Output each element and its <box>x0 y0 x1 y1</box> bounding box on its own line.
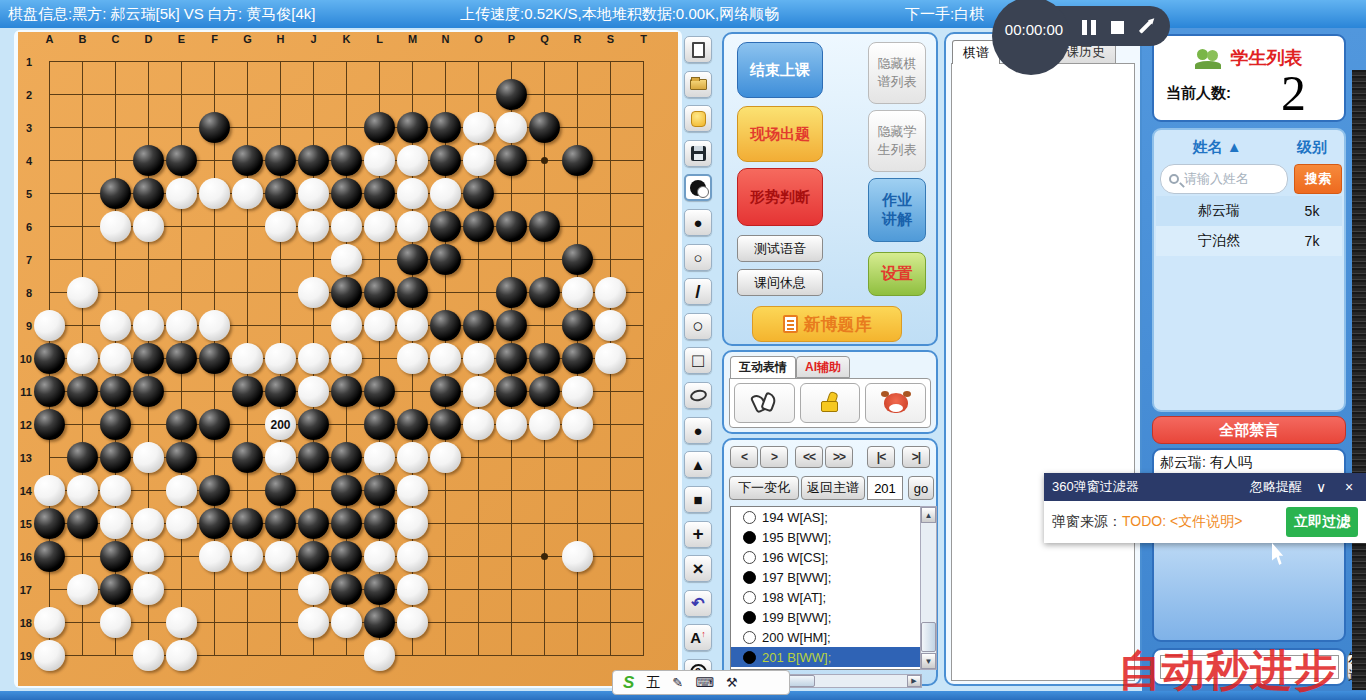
board-point-S15[interactable] <box>594 507 627 540</box>
live-question-button[interactable]: 现场出题 <box>737 106 823 162</box>
board-point-E4[interactable] <box>165 144 198 177</box>
go-board[interactable]: ABCDEFGHJKLMNOPQRST 12345678910111213141… <box>18 32 678 686</box>
board-point-G9[interactable] <box>231 309 264 342</box>
board-point-L7[interactable] <box>363 243 396 276</box>
board-point-Q11[interactable] <box>528 375 561 408</box>
board-point-R11[interactable] <box>561 375 594 408</box>
board-point-L9[interactable] <box>363 309 396 342</box>
board-point-C14[interactable] <box>99 474 132 507</box>
move-list[interactable]: 194 W[AS];195 B[WW];196 W[CS];197 B[WW];… <box>730 506 922 670</box>
board-point-E2[interactable] <box>165 78 198 111</box>
move-list-vertical-scrollbar[interactable]: ▲ ▼ <box>920 506 937 670</box>
board-point-T18[interactable] <box>627 606 660 639</box>
board-point-J8[interactable] <box>297 276 330 309</box>
board-point-D10[interactable] <box>132 342 165 375</box>
scroll-right-icon[interactable]: ▶ <box>907 675 921 687</box>
board-point-Q14[interactable] <box>528 474 561 507</box>
board-point-D6[interactable] <box>132 210 165 243</box>
board-point-G2[interactable] <box>231 78 264 111</box>
board-point-P6[interactable] <box>495 210 528 243</box>
board-point-P19[interactable] <box>495 639 528 672</box>
board-point-Q8[interactable] <box>528 276 561 309</box>
board-point-O14[interactable] <box>462 474 495 507</box>
board-point-P4[interactable] <box>495 144 528 177</box>
board-point-H5[interactable] <box>264 177 297 210</box>
board-point-B8[interactable] <box>66 276 99 309</box>
board-point-T9[interactable] <box>627 309 660 342</box>
board-point-C7[interactable] <box>99 243 132 276</box>
board-point-P3[interactable] <box>495 111 528 144</box>
board-point-A6[interactable] <box>33 210 66 243</box>
board-point-J5[interactable] <box>297 177 330 210</box>
board-point-O4[interactable] <box>462 144 495 177</box>
board-point-O9[interactable] <box>462 309 495 342</box>
board-point-K8[interactable] <box>330 276 363 309</box>
board-point-N17[interactable] <box>429 573 462 606</box>
board-point-A4[interactable] <box>33 144 66 177</box>
search-input[interactable]: 请输入姓名 <box>1160 164 1288 194</box>
board-point-T10[interactable] <box>627 342 660 375</box>
board-point-C9[interactable] <box>99 309 132 342</box>
board-point-E9[interactable] <box>165 309 198 342</box>
board-point-F11[interactable] <box>198 375 231 408</box>
board-point-C10[interactable] <box>99 342 132 375</box>
move-item-198[interactable]: 198 W[AT]; <box>731 587 921 607</box>
board-point-O3[interactable] <box>462 111 495 144</box>
board-point-R1[interactable] <box>561 45 594 78</box>
board-point-J11[interactable] <box>297 375 330 408</box>
lasso-tool[interactable] <box>684 382 712 409</box>
board-point-Q3[interactable] <box>528 111 561 144</box>
board-point-A11[interactable] <box>33 375 66 408</box>
board-point-R19[interactable] <box>561 639 594 672</box>
board-point-G18[interactable] <box>231 606 264 639</box>
board-point-Q6[interactable] <box>528 210 561 243</box>
board-point-B18[interactable] <box>66 606 99 639</box>
board-point-G19[interactable] <box>231 639 264 672</box>
board-point-M14[interactable] <box>396 474 429 507</box>
board-point-O2[interactable] <box>462 78 495 111</box>
board-point-S16[interactable] <box>594 540 627 573</box>
board-point-G17[interactable] <box>231 573 264 606</box>
board-point-D17[interactable] <box>132 573 165 606</box>
board-point-A17[interactable] <box>33 573 66 606</box>
board-point-N1[interactable] <box>429 45 462 78</box>
board-point-M1[interactable] <box>396 45 429 78</box>
board-point-P14[interactable] <box>495 474 528 507</box>
square-fill-mark-tool[interactable]: ■ <box>684 486 712 513</box>
board-point-M10[interactable] <box>396 342 429 375</box>
back-to-main-button[interactable]: 返回主谱 <box>801 476 865 500</box>
board-point-A7[interactable] <box>33 243 66 276</box>
nav-next-10-button[interactable]: >> <box>825 446 853 468</box>
board-point-M12[interactable] <box>396 408 429 441</box>
board-point-H13[interactable] <box>264 441 297 474</box>
board-point-H2[interactable] <box>264 78 297 111</box>
board-point-P8[interactable] <box>495 276 528 309</box>
mute-all-button[interactable]: 全部禁言 <box>1152 416 1346 444</box>
board-point-D3[interactable] <box>132 111 165 144</box>
board-point-C1[interactable] <box>99 45 132 78</box>
board-point-B3[interactable] <box>66 111 99 144</box>
board-point-A3[interactable] <box>33 111 66 144</box>
board-point-O10[interactable] <box>462 342 495 375</box>
board-point-P15[interactable] <box>495 507 528 540</box>
board-point-D18[interactable] <box>132 606 165 639</box>
board-point-P11[interactable] <box>495 375 528 408</box>
board-point-R12[interactable] <box>561 408 594 441</box>
board-point-T17[interactable] <box>627 573 660 606</box>
board-point-F15[interactable] <box>198 507 231 540</box>
line-tool[interactable]: / <box>684 278 712 305</box>
pen-icon[interactable]: ✎ <box>672 675 683 690</box>
board-point-J16[interactable] <box>297 540 330 573</box>
board-point-A13[interactable] <box>33 441 66 474</box>
board-point-T15[interactable] <box>627 507 660 540</box>
board-point-N11[interactable] <box>429 375 462 408</box>
board-point-D15[interactable] <box>132 507 165 540</box>
board-point-M4[interactable] <box>396 144 429 177</box>
board-point-F17[interactable] <box>198 573 231 606</box>
save-icon[interactable] <box>684 140 712 167</box>
edit-icon[interactable] <box>1132 15 1158 39</box>
board-point-G12[interactable] <box>231 408 264 441</box>
board-point-D7[interactable] <box>132 243 165 276</box>
board-point-K1[interactable] <box>330 45 363 78</box>
nav-first-button[interactable]: |< <box>867 446 895 468</box>
bull-emote-button[interactable] <box>865 383 926 423</box>
board-point-N10[interactable] <box>429 342 462 375</box>
board-point-B2[interactable] <box>66 78 99 111</box>
board-point-P10[interactable] <box>495 342 528 375</box>
alternate-stone-tool[interactable] <box>684 174 712 201</box>
board-point-Q17[interactable] <box>528 573 561 606</box>
board-point-G13[interactable] <box>231 441 264 474</box>
board-point-L1[interactable] <box>363 45 396 78</box>
board-point-A15[interactable] <box>33 507 66 540</box>
board-point-G7[interactable] <box>231 243 264 276</box>
board-point-A16[interactable] <box>33 540 66 573</box>
board-point-S13[interactable] <box>594 441 627 474</box>
board-point-E1[interactable] <box>165 45 198 78</box>
board-point-F18[interactable] <box>198 606 231 639</box>
board-point-B13[interactable] <box>66 441 99 474</box>
board-point-S1[interactable] <box>594 45 627 78</box>
scroll-up-icon[interactable]: ▲ <box>921 507 936 523</box>
board-point-O18[interactable] <box>462 606 495 639</box>
board-point-J14[interactable] <box>297 474 330 507</box>
move-item-200[interactable]: 200 W[HM]; <box>731 627 921 647</box>
board-point-M17[interactable] <box>396 573 429 606</box>
board-point-N16[interactable] <box>429 540 462 573</box>
board-point-H7[interactable] <box>264 243 297 276</box>
board-point-T1[interactable] <box>627 45 660 78</box>
board-point-J3[interactable] <box>297 111 330 144</box>
homework-explain-button[interactable]: 作业讲解 <box>868 178 926 242</box>
test-voice-button[interactable]: 测试语音 <box>737 235 823 262</box>
open-file-icon[interactable] <box>684 71 712 98</box>
board-point-H9[interactable] <box>264 309 297 342</box>
end-class-button[interactable]: 结束上课 <box>737 42 823 98</box>
board-point-B4[interactable] <box>66 144 99 177</box>
board-point-L5[interactable] <box>363 177 396 210</box>
board-point-A14[interactable] <box>33 474 66 507</box>
board-point-D9[interactable] <box>132 309 165 342</box>
board-point-L18[interactable] <box>363 606 396 639</box>
board-point-M7[interactable] <box>396 243 429 276</box>
board-point-C19[interactable] <box>99 639 132 672</box>
board-point-S8[interactable] <box>594 276 627 309</box>
board-point-K11[interactable] <box>330 375 363 408</box>
new-board-icon[interactable] <box>684 36 712 63</box>
board-point-N15[interactable] <box>429 507 462 540</box>
board-point-J7[interactable] <box>297 243 330 276</box>
tab-ai-assist[interactable]: AI辅助 <box>796 356 850 378</box>
board-point-E11[interactable] <box>165 375 198 408</box>
board-point-O7[interactable] <box>462 243 495 276</box>
scroll-thumb[interactable] <box>921 622 936 652</box>
board-point-F19[interactable] <box>198 639 231 672</box>
circle-mark-tool[interactable]: ○ <box>684 313 712 340</box>
chevron-down-icon[interactable]: ∨ <box>1312 479 1330 495</box>
board-point-A8[interactable] <box>33 276 66 309</box>
board-point-T6[interactable] <box>627 210 660 243</box>
board-point-R4[interactable] <box>561 144 594 177</box>
board-point-E6[interactable] <box>165 210 198 243</box>
next-variation-button[interactable]: 下一变化 <box>729 476 799 500</box>
board-point-B19[interactable] <box>66 639 99 672</box>
board-point-P13[interactable] <box>495 441 528 474</box>
board-point-F9[interactable] <box>198 309 231 342</box>
board-point-F4[interactable] <box>198 144 231 177</box>
board-point-O6[interactable] <box>462 210 495 243</box>
board-point-S17[interactable] <box>594 573 627 606</box>
demo-lamp-icon[interactable] <box>684 105 712 132</box>
board-point-Q2[interactable] <box>528 78 561 111</box>
board-point-L11[interactable] <box>363 375 396 408</box>
board-point-H1[interactable] <box>264 45 297 78</box>
board-point-P7[interactable] <box>495 243 528 276</box>
board-point-G4[interactable] <box>231 144 264 177</box>
board-point-H18[interactable] <box>264 606 297 639</box>
board-point-J1[interactable] <box>297 45 330 78</box>
board-point-C2[interactable] <box>99 78 132 111</box>
board-point-Q9[interactable] <box>528 309 561 342</box>
board-point-S6[interactable] <box>594 210 627 243</box>
board-point-N19[interactable] <box>429 639 462 672</box>
board-point-B7[interactable] <box>66 243 99 276</box>
board-point-E8[interactable] <box>165 276 198 309</box>
board-point-T13[interactable] <box>627 441 660 474</box>
board-point-H8[interactable] <box>264 276 297 309</box>
kifu-list-body[interactable] <box>951 63 1135 681</box>
board-point-K16[interactable] <box>330 540 363 573</box>
board-point-C5[interactable] <box>99 177 132 210</box>
settings-button[interactable]: 设置 <box>868 252 926 296</box>
board-point-E13[interactable] <box>165 441 198 474</box>
board-point-D8[interactable] <box>132 276 165 309</box>
board-point-Q15[interactable] <box>528 507 561 540</box>
student-row-郝云瑞[interactable]: 郝云瑞5k <box>1156 196 1342 226</box>
board-point-B1[interactable] <box>66 45 99 78</box>
white-stone-tool[interactable]: ○ <box>684 244 712 271</box>
board-point-B16[interactable] <box>66 540 99 573</box>
board-grid[interactable]: 200 <box>33 45 660 672</box>
board-point-P2[interactable] <box>495 78 528 111</box>
board-point-B6[interactable] <box>66 210 99 243</box>
board-point-Q5[interactable] <box>528 177 561 210</box>
board-point-F10[interactable] <box>198 342 231 375</box>
board-point-L3[interactable] <box>363 111 396 144</box>
board-point-P5[interactable] <box>495 177 528 210</box>
dot-mark-tool[interactable]: ● <box>684 417 712 444</box>
board-point-S18[interactable] <box>594 606 627 639</box>
board-point-R3[interactable] <box>561 111 594 144</box>
board-point-H11[interactable] <box>264 375 297 408</box>
letter-label-tool[interactable]: A↑ <box>684 624 712 651</box>
board-point-L4[interactable] <box>363 144 396 177</box>
board-point-R5[interactable] <box>561 177 594 210</box>
board-point-K7[interactable] <box>330 243 363 276</box>
board-point-K14[interactable] <box>330 474 363 507</box>
board-point-A9[interactable] <box>33 309 66 342</box>
board-point-M15[interactable] <box>396 507 429 540</box>
board-point-N12[interactable] <box>429 408 462 441</box>
board-point-T7[interactable] <box>627 243 660 276</box>
board-point-O15[interactable] <box>462 507 495 540</box>
board-point-B10[interactable] <box>66 342 99 375</box>
board-point-F12[interactable] <box>198 408 231 441</box>
hide-student-list-button[interactable]: 隐藏学生列表 <box>868 110 926 172</box>
board-point-C15[interactable] <box>99 507 132 540</box>
board-point-K12[interactable] <box>330 408 363 441</box>
search-button[interactable]: 搜索 <box>1294 164 1342 194</box>
pause-button[interactable] <box>1076 15 1102 39</box>
board-point-E16[interactable] <box>165 540 198 573</box>
board-point-F8[interactable] <box>198 276 231 309</box>
board-point-N2[interactable] <box>429 78 462 111</box>
board-point-S7[interactable] <box>594 243 627 276</box>
judge-position-button[interactable]: 形势判断 <box>737 168 823 226</box>
board-point-M6[interactable] <box>396 210 429 243</box>
board-point-K5[interactable] <box>330 177 363 210</box>
board-point-N9[interactable] <box>429 309 462 342</box>
board-point-J4[interactable] <box>297 144 330 177</box>
board-point-A12[interactable] <box>33 408 66 441</box>
board-point-Q18[interactable] <box>528 606 561 639</box>
board-point-R8[interactable] <box>561 276 594 309</box>
board-point-N6[interactable] <box>429 210 462 243</box>
board-point-M9[interactable] <box>396 309 429 342</box>
board-point-Q4[interactable] <box>528 144 561 177</box>
ime-toolbar[interactable]: S 五 ✎ ⌨ ⚒ <box>612 670 790 695</box>
board-point-N3[interactable] <box>429 111 462 144</box>
board-point-C6[interactable] <box>99 210 132 243</box>
board-point-G10[interactable] <box>231 342 264 375</box>
board-point-C12[interactable] <box>99 408 132 441</box>
board-point-T8[interactable] <box>627 276 660 309</box>
board-point-C16[interactable] <box>99 540 132 573</box>
board-point-C4[interactable] <box>99 144 132 177</box>
board-point-G8[interactable] <box>231 276 264 309</box>
board-point-B14[interactable] <box>66 474 99 507</box>
column-name-sort[interactable]: 姓名 ▲ <box>1154 138 1280 157</box>
move-item-195[interactable]: 195 B[WW]; <box>731 527 921 547</box>
triangle-mark-tool[interactable]: ▲ <box>684 451 712 478</box>
board-point-M2[interactable] <box>396 78 429 111</box>
board-point-C13[interactable] <box>99 441 132 474</box>
board-point-R16[interactable] <box>561 540 594 573</box>
board-point-E7[interactable] <box>165 243 198 276</box>
board-point-A5[interactable] <box>33 177 66 210</box>
board-point-N4[interactable] <box>429 144 462 177</box>
board-point-J17[interactable] <box>297 573 330 606</box>
scroll-down-icon[interactable]: ▼ <box>921 653 936 669</box>
board-point-L12[interactable] <box>363 408 396 441</box>
board-point-G3[interactable] <box>231 111 264 144</box>
board-point-F5[interactable] <box>198 177 231 210</box>
board-point-N13[interactable] <box>429 441 462 474</box>
board-point-G16[interactable] <box>231 540 264 573</box>
board-point-P9[interactable] <box>495 309 528 342</box>
filter-now-button[interactable]: 立即过滤 <box>1286 507 1358 537</box>
board-point-C17[interactable] <box>99 573 132 606</box>
board-point-B11[interactable] <box>66 375 99 408</box>
board-point-D19[interactable] <box>132 639 165 672</box>
board-point-D5[interactable] <box>132 177 165 210</box>
board-point-L10[interactable] <box>363 342 396 375</box>
board-point-E14[interactable] <box>165 474 198 507</box>
board-point-Q12[interactable] <box>528 408 561 441</box>
board-point-B5[interactable] <box>66 177 99 210</box>
board-point-L15[interactable] <box>363 507 396 540</box>
board-point-J13[interactable] <box>297 441 330 474</box>
board-point-O8[interactable] <box>462 276 495 309</box>
board-point-L6[interactable] <box>363 210 396 243</box>
board-point-G15[interactable] <box>231 507 264 540</box>
board-point-S2[interactable] <box>594 78 627 111</box>
board-point-R10[interactable] <box>561 342 594 375</box>
board-point-S10[interactable] <box>594 342 627 375</box>
board-point-M11[interactable] <box>396 375 429 408</box>
column-level[interactable]: 级别 <box>1280 138 1344 157</box>
board-point-K3[interactable] <box>330 111 363 144</box>
board-point-Q1[interactable] <box>528 45 561 78</box>
board-point-O17[interactable] <box>462 573 495 606</box>
board-point-T19[interactable] <box>627 639 660 672</box>
move-item-196[interactable]: 196 W[CS]; <box>731 547 921 567</box>
board-point-L19[interactable] <box>363 639 396 672</box>
move-item-199[interactable]: 199 B[WW]; <box>731 607 921 627</box>
board-point-M8[interactable] <box>396 276 429 309</box>
square-mark-tool[interactable]: □ <box>684 347 712 374</box>
board-point-E5[interactable] <box>165 177 198 210</box>
board-point-D1[interactable] <box>132 45 165 78</box>
board-point-T4[interactable] <box>627 144 660 177</box>
board-point-M3[interactable] <box>396 111 429 144</box>
board-point-H10[interactable] <box>264 342 297 375</box>
board-point-P17[interactable] <box>495 573 528 606</box>
board-point-E18[interactable] <box>165 606 198 639</box>
board-point-D12[interactable] <box>132 408 165 441</box>
toolbox-icon[interactable]: ⚒ <box>726 675 738 690</box>
board-point-M13[interactable] <box>396 441 429 474</box>
board-point-G5[interactable] <box>231 177 264 210</box>
board-point-L16[interactable] <box>363 540 396 573</box>
board-point-F1[interactable] <box>198 45 231 78</box>
tab-interactive-emotes[interactable]: 互动表情 <box>730 356 796 378</box>
board-point-N14[interactable] <box>429 474 462 507</box>
